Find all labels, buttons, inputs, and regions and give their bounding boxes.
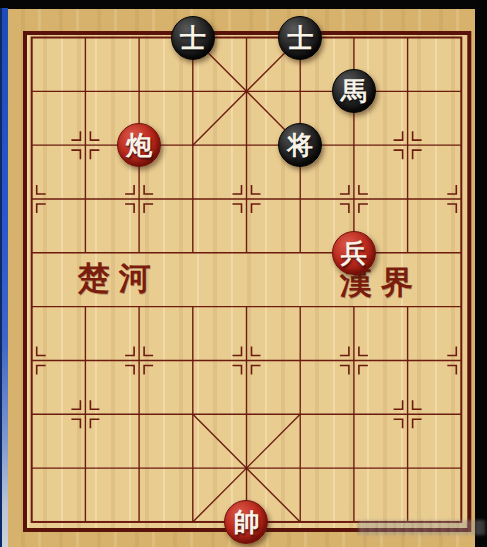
watermark-smudge: [358, 520, 486, 535]
black-general[interactable]: 将: [278, 123, 322, 167]
piece-character: 士: [287, 25, 313, 51]
top-black-band: [0, 0, 487, 9]
piece-layer: 士士馬将炮兵帥: [5, 11, 487, 547]
red-general[interactable]: 帥: [224, 500, 268, 544]
red-soldier[interactable]: 兵: [332, 231, 376, 275]
black-advisor[interactable]: 士: [278, 16, 322, 60]
piece-character: 炮: [126, 132, 152, 158]
black-horse[interactable]: 馬: [332, 69, 376, 113]
piece-character: 将: [287, 132, 313, 158]
black-advisor[interactable]: 士: [171, 16, 215, 60]
red-cannon[interactable]: 炮: [117, 123, 161, 167]
piece-character: 兵: [341, 240, 367, 266]
piece-character: 帥: [233, 509, 259, 535]
piece-character: 士: [180, 25, 206, 51]
piece-character: 馬: [341, 78, 367, 104]
